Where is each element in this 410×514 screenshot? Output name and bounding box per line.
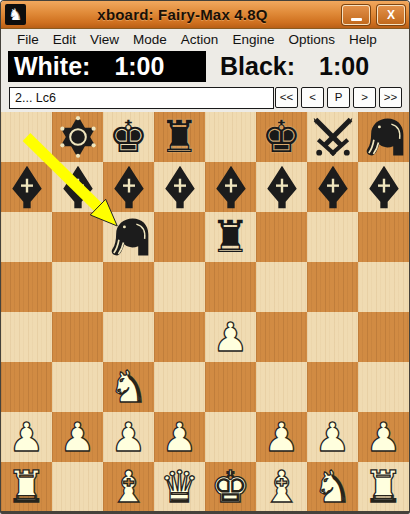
square-e3[interactable] [205, 362, 256, 412]
square-f2[interactable]: ♟ [256, 412, 307, 462]
menu-options[interactable]: Options [281, 32, 342, 47]
minimize-icon [351, 18, 362, 21]
square-c6[interactable] [103, 212, 154, 262]
black-clock-label: Black: [220, 52, 295, 81]
black-hoplite[interactable] [208, 164, 254, 210]
square-a6[interactable] [1, 212, 52, 262]
square-e1[interactable]: ♚ [205, 462, 256, 512]
window-title: xboard: Fairy-Max 4.8Q [30, 6, 335, 23]
black-hoplite[interactable] [310, 164, 356, 210]
black-warlord[interactable] [310, 114, 356, 160]
square-c7[interactable] [103, 162, 154, 212]
square-a4[interactable] [1, 312, 52, 362]
white-bishop[interactable]: ♝ [262, 462, 301, 512]
title-bar[interactable]: ♞ xboard: Fairy-Max 4.8Q X [1, 1, 409, 29]
square-f7[interactable] [256, 162, 307, 212]
black-hoplite[interactable] [157, 164, 203, 210]
square-g5[interactable] [307, 262, 358, 312]
white-pawn[interactable]: ♟ [9, 412, 45, 462]
white-rook[interactable]: ♜ [7, 462, 46, 512]
white-clock-label: White: [14, 52, 90, 81]
black-lieutenant[interactable] [106, 214, 152, 260]
square-b8[interactable] [52, 112, 103, 162]
square-f3[interactable] [256, 362, 307, 412]
square-e2[interactable] [205, 412, 256, 462]
white-pawn[interactable]: ♟ [366, 412, 402, 462]
black-hoplite[interactable] [106, 164, 152, 210]
square-f5[interactable] [256, 262, 307, 312]
square-d5[interactable] [154, 262, 205, 312]
menu-edit[interactable]: Edit [46, 32, 83, 47]
square-f6[interactable] [256, 212, 307, 262]
menu-action[interactable]: Action [174, 32, 226, 47]
white-knight[interactable]: ♞ [109, 362, 148, 412]
square-b3[interactable] [52, 362, 103, 412]
square-c1[interactable]: ♝ [103, 462, 154, 512]
square-a7[interactable] [1, 162, 52, 212]
square-h8[interactable] [358, 112, 409, 162]
black-clock-time: 1:00 [319, 52, 369, 81]
square-f1[interactable]: ♝ [256, 462, 307, 512]
menu-view[interactable]: View [83, 32, 126, 47]
square-e8[interactable] [205, 112, 256, 162]
white-clock[interactable]: White: 1:00 [8, 51, 206, 82]
menu-help[interactable]: Help [342, 32, 384, 47]
square-f8[interactable]: ♚ [256, 112, 307, 162]
rewind-button[interactable]: << [275, 87, 298, 108]
move-bar: 2... Lc6 <<<P>>> [1, 85, 409, 112]
white-knight[interactable]: ♞ [313, 462, 352, 512]
black-captain[interactable]: ♜ [160, 112, 199, 162]
black-king[interactable]: ♚ [109, 112, 148, 162]
square-h3[interactable] [358, 362, 409, 412]
close-button[interactable]: X [377, 5, 405, 25]
square-c2[interactable]: ♟ [103, 412, 154, 462]
menu-mode[interactable]: Mode [126, 32, 174, 47]
black-clock[interactable]: Black: 1:00 [214, 51, 375, 82]
chess-board: ♚♜♚♜♟♞♟♟♟♟♟♟♟♜♝♛♚♝♞♜ [1, 112, 409, 512]
square-d6[interactable] [154, 212, 205, 262]
fast-forward-button[interactable]: >> [379, 87, 402, 108]
white-pawn[interactable]: ♟ [162, 412, 198, 462]
black-king[interactable]: ♚ [262, 112, 301, 162]
square-e7[interactable] [205, 162, 256, 212]
square-h6[interactable] [358, 212, 409, 262]
square-a3[interactable] [1, 362, 52, 412]
app-icon: ♞ [5, 4, 26, 25]
close-icon: X [387, 9, 395, 21]
clock-row: White: 1:00 Black: 1:00 [1, 49, 409, 85]
square-h7[interactable] [358, 162, 409, 212]
square-f4[interactable] [256, 312, 307, 362]
square-h2[interactable]: ♟ [358, 412, 409, 462]
back-button[interactable]: < [301, 87, 324, 108]
knight-icon: ♞ [8, 7, 22, 23]
square-b5[interactable] [52, 262, 103, 312]
square-b6[interactable] [52, 212, 103, 262]
square-d7[interactable] [154, 162, 205, 212]
square-d1[interactable]: ♛ [154, 462, 205, 512]
black-captain[interactable]: ♜ [211, 212, 250, 262]
black-hoplite[interactable] [4, 164, 50, 210]
white-rook[interactable]: ♜ [364, 462, 403, 512]
square-b4[interactable] [52, 312, 103, 362]
white-clock-time: 1:00 [114, 52, 164, 81]
black-hoplite[interactable] [55, 164, 101, 210]
white-pawn[interactable]: ♟ [213, 312, 249, 362]
white-pawn[interactable]: ♟ [60, 412, 96, 462]
square-e5[interactable] [205, 262, 256, 312]
xboard-window: ♞ xboard: Fairy-Max 4.8Q X FileEditViewM… [0, 0, 410, 514]
square-h1[interactable]: ♜ [358, 462, 409, 512]
black-general[interactable] [55, 114, 101, 160]
pause-button[interactable]: P [327, 87, 350, 108]
square-d8[interactable]: ♜ [154, 112, 205, 162]
menu-engine[interactable]: Engine [225, 32, 281, 47]
square-d4[interactable] [154, 312, 205, 362]
square-h4[interactable] [358, 312, 409, 362]
white-queen[interactable]: ♛ [160, 462, 199, 512]
menu-file[interactable]: File [10, 32, 46, 47]
square-d2[interactable]: ♟ [154, 412, 205, 462]
square-c4[interactable] [103, 312, 154, 362]
square-a2[interactable]: ♟ [1, 412, 52, 462]
black-lieutenant[interactable] [361, 114, 407, 160]
black-hoplite[interactable] [259, 164, 305, 210]
square-c8[interactable]: ♚ [103, 112, 154, 162]
square-a5[interactable] [1, 262, 52, 312]
square-c5[interactable] [103, 262, 154, 312]
square-d3[interactable] [154, 362, 205, 412]
white-king[interactable]: ♚ [211, 462, 250, 512]
square-g8[interactable] [307, 112, 358, 162]
white-bishop[interactable]: ♝ [109, 462, 148, 512]
square-a1[interactable]: ♜ [1, 462, 52, 512]
square-e4[interactable]: ♟ [205, 312, 256, 362]
menu-bar: FileEditViewModeActionEngineOptionsHelp [1, 29, 409, 49]
black-hoplite[interactable] [361, 164, 407, 210]
minimize-button[interactable] [342, 5, 370, 25]
square-c3[interactable]: ♞ [103, 362, 154, 412]
white-pawn[interactable]: ♟ [111, 412, 147, 462]
forward-button[interactable]: > [353, 87, 376, 108]
square-g4[interactable] [307, 312, 358, 362]
square-b1[interactable] [52, 462, 103, 512]
square-g2[interactable]: ♟ [307, 412, 358, 462]
white-pawn[interactable]: ♟ [264, 412, 300, 462]
square-e6[interactable]: ♜ [205, 212, 256, 262]
square-b2[interactable]: ♟ [52, 412, 103, 462]
move-display[interactable]: 2... Lc6 [9, 87, 274, 109]
square-h5[interactable] [358, 262, 409, 312]
square-b7[interactable] [52, 162, 103, 212]
square-g7[interactable] [307, 162, 358, 212]
square-g6[interactable] [307, 212, 358, 262]
square-a8[interactable] [1, 112, 52, 162]
nav-buttons: <<<P>>> [275, 87, 402, 108]
square-g1[interactable]: ♞ [307, 462, 358, 512]
square-g3[interactable] [307, 362, 358, 412]
white-pawn[interactable]: ♟ [315, 412, 351, 462]
